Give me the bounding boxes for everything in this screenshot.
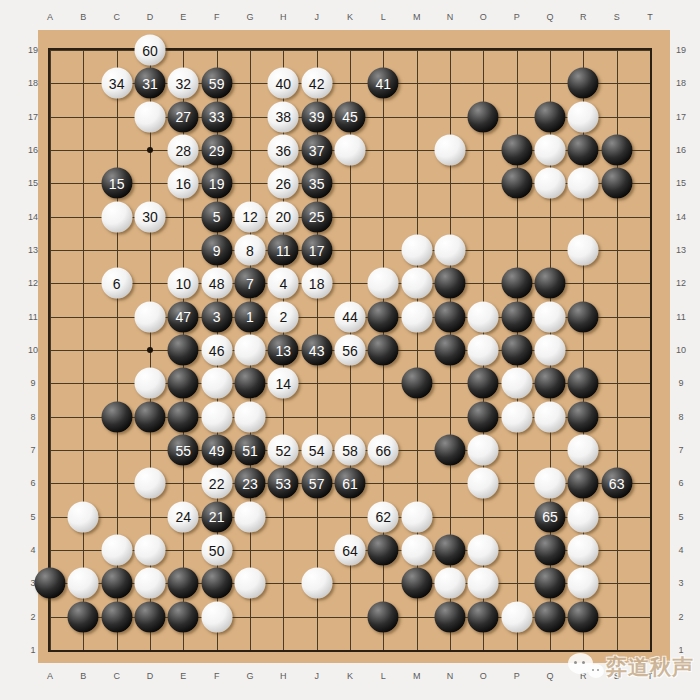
stone-J16-black: 37 — [301, 135, 332, 166]
bubble-eye — [574, 661, 577, 664]
stone-H10-black: 13 — [268, 335, 299, 366]
stone-K11-white: 44 — [335, 301, 366, 332]
stone-Q3-black — [535, 568, 566, 599]
wechat-icon — [566, 649, 606, 685]
stone-R15-white — [568, 168, 599, 199]
col-label-top-K: K — [347, 12, 353, 22]
stone-P9-white — [501, 368, 532, 399]
stone-M13-white — [401, 235, 432, 266]
stone-J13-black: 17 — [301, 235, 332, 266]
stone-H17-white: 38 — [268, 101, 299, 132]
col-label-top-T: T — [647, 12, 653, 22]
stone-D2-black — [135, 601, 166, 632]
stone-Q8-white — [535, 401, 566, 432]
stone-A3-black — [35, 568, 66, 599]
col-label-top-D: D — [147, 12, 154, 22]
stone-E2-black — [168, 601, 199, 632]
row-label-left-19: 19 — [28, 45, 38, 55]
stone-L4-black — [368, 535, 399, 566]
stone-O11-white — [468, 301, 499, 332]
stone-J17-black: 39 — [301, 101, 332, 132]
row-label-right-14: 14 — [676, 212, 686, 222]
watermark: 弈道秋声 — [566, 646, 696, 688]
stone-C4-white — [101, 535, 132, 566]
stone-D9-white — [135, 368, 166, 399]
row-label-right-3: 3 — [678, 578, 683, 588]
stone-R7-white — [568, 435, 599, 466]
col-label-bottom-F: F — [214, 671, 220, 681]
stone-L10-black — [368, 335, 399, 366]
stone-C14-white — [101, 201, 132, 232]
stone-O9-black — [468, 368, 499, 399]
stone-M4-white — [401, 535, 432, 566]
stone-D14-white: 30 — [135, 201, 166, 232]
stone-E10-black — [168, 335, 199, 366]
col-label-bottom-K: K — [347, 671, 353, 681]
row-label-left-16: 16 — [28, 145, 38, 155]
stone-P11-black — [501, 301, 532, 332]
stone-K6-black: 61 — [335, 468, 366, 499]
stone-Q9-black — [535, 368, 566, 399]
row-label-right-16: 16 — [676, 145, 686, 155]
col-label-top-O: O — [480, 12, 487, 22]
stone-P12-black — [501, 268, 532, 299]
stone-F12-white: 48 — [201, 268, 232, 299]
stone-H18-white: 40 — [268, 68, 299, 99]
bubble-eye — [597, 669, 599, 671]
stone-N7-black — [435, 435, 466, 466]
stone-N16-white — [435, 135, 466, 166]
row-label-right-5: 5 — [678, 512, 683, 522]
row-label-right-11: 11 — [676, 312, 685, 322]
stone-R16-black — [568, 135, 599, 166]
col-label-bottom-P: P — [514, 671, 520, 681]
stone-F16-black: 29 — [201, 135, 232, 166]
row-label-right-2: 2 — [678, 612, 683, 622]
stone-D19-white: 60 — [135, 35, 166, 66]
col-label-bottom-J: J — [314, 671, 319, 681]
stone-G3-white — [235, 568, 266, 599]
row-label-left-1: 1 — [30, 645, 35, 655]
stone-R18-black — [568, 68, 599, 99]
stone-G6-black: 23 — [235, 468, 266, 499]
row-label-right-15: 15 — [676, 178, 686, 188]
stone-F11-black: 3 — [201, 301, 232, 332]
stone-F14-black: 5 — [201, 201, 232, 232]
stone-K4-white: 64 — [335, 535, 366, 566]
bubble-eye — [592, 669, 594, 671]
stone-K16-white — [335, 135, 366, 166]
stone-N13-white — [435, 235, 466, 266]
stone-Q15-white — [535, 168, 566, 199]
stone-F17-black: 33 — [201, 101, 232, 132]
row-label-left-18: 18 — [28, 78, 38, 88]
stone-R11-black — [568, 301, 599, 332]
stone-D6-white — [135, 468, 166, 499]
stone-D3-white — [135, 568, 166, 599]
row-label-left-9: 9 — [30, 378, 35, 388]
row-label-left-7: 7 — [30, 445, 35, 455]
stone-P2-white — [501, 601, 532, 632]
stone-C8-black — [101, 401, 132, 432]
stone-G10-white — [235, 335, 266, 366]
stone-M9-black — [401, 368, 432, 399]
stone-B5-white — [68, 501, 99, 532]
row-label-left-4: 4 — [30, 545, 35, 555]
row-label-left-6: 6 — [30, 478, 35, 488]
stone-P15-black — [501, 168, 532, 199]
row-label-right-10: 10 — [676, 345, 686, 355]
stone-G12-black: 7 — [235, 268, 266, 299]
stone-N3-white — [435, 568, 466, 599]
stone-L2-black — [368, 601, 399, 632]
stone-E3-black — [168, 568, 199, 599]
stone-D17-white — [135, 101, 166, 132]
row-label-right-18: 18 — [676, 78, 686, 88]
stone-E9-black — [168, 368, 199, 399]
stone-F15-black: 19 — [201, 168, 232, 199]
row-label-right-6: 6 — [678, 478, 683, 488]
stone-F7-black: 49 — [201, 435, 232, 466]
row-label-left-15: 15 — [28, 178, 38, 188]
stone-E15-white: 16 — [168, 168, 199, 199]
stone-F2-white — [201, 601, 232, 632]
stone-L18-black: 41 — [368, 68, 399, 99]
stone-H16-white: 36 — [268, 135, 299, 166]
stone-R4-white — [568, 535, 599, 566]
stone-K10-white: 56 — [335, 335, 366, 366]
col-label-top-Q: Q — [546, 12, 553, 22]
stone-L11-black — [368, 301, 399, 332]
stone-E5-white: 24 — [168, 501, 199, 532]
row-label-right-17: 17 — [676, 112, 686, 122]
col-label-top-A: A — [47, 12, 53, 22]
col-label-top-L: L — [381, 12, 386, 22]
stone-G11-black: 1 — [235, 301, 266, 332]
stone-C12-white: 6 — [101, 268, 132, 299]
stone-Q12-black — [535, 268, 566, 299]
col-label-top-C: C — [113, 12, 120, 22]
stone-R9-black — [568, 368, 599, 399]
chat-bubble-small — [588, 664, 604, 678]
stone-O2-black — [468, 601, 499, 632]
bubble-eye — [582, 661, 585, 664]
row-label-left-10: 10 — [28, 345, 38, 355]
col-label-bottom-B: B — [80, 671, 86, 681]
watermark-text: 弈道秋声 — [606, 653, 694, 681]
col-label-bottom-G: G — [246, 671, 253, 681]
col-label-bottom-Q: Q — [546, 671, 553, 681]
stone-P10-black — [501, 335, 532, 366]
stone-J3-white — [301, 568, 332, 599]
col-label-bottom-D: D — [147, 671, 154, 681]
col-label-bottom-H: H — [280, 671, 287, 681]
row-label-left-14: 14 — [28, 212, 38, 222]
row-label-left-11: 11 — [28, 312, 37, 322]
stone-H15-white: 26 — [268, 168, 299, 199]
stone-J10-black: 43 — [301, 335, 332, 366]
stone-B2-black — [68, 601, 99, 632]
stone-E16-white: 28 — [168, 135, 199, 166]
row-label-left-12: 12 — [28, 278, 38, 288]
stone-E17-black: 27 — [168, 101, 199, 132]
stone-J18-white: 42 — [301, 68, 332, 99]
stone-G13-white: 8 — [235, 235, 266, 266]
stone-R3-white — [568, 568, 599, 599]
row-label-right-8: 8 — [678, 412, 683, 422]
stone-R5-white — [568, 501, 599, 532]
stone-G14-white: 12 — [235, 201, 266, 232]
row-label-right-19: 19 — [676, 45, 686, 55]
col-label-top-M: M — [413, 12, 421, 22]
row-label-right-7: 7 — [678, 445, 683, 455]
col-label-top-F: F — [214, 12, 220, 22]
stone-H14-white: 20 — [268, 201, 299, 232]
col-label-top-S: S — [614, 12, 620, 22]
stone-H11-white: 2 — [268, 301, 299, 332]
stone-N10-black — [435, 335, 466, 366]
row-label-left-2: 2 — [30, 612, 35, 622]
stone-C18-white: 34 — [101, 68, 132, 99]
star-point-D16 — [147, 147, 153, 153]
stone-F3-black — [201, 568, 232, 599]
stone-J14-black: 25 — [301, 201, 332, 232]
stone-F10-white: 46 — [201, 335, 232, 366]
stone-N12-black — [435, 268, 466, 299]
stone-M11-white — [401, 301, 432, 332]
stone-D18-black: 31 — [135, 68, 166, 99]
stone-O10-white — [468, 335, 499, 366]
stone-J15-black: 35 — [301, 168, 332, 199]
stone-R8-black — [568, 401, 599, 432]
stone-O4-white — [468, 535, 499, 566]
col-label-top-P: P — [514, 12, 520, 22]
stone-D8-black — [135, 401, 166, 432]
row-label-left-5: 5 — [30, 512, 35, 522]
stone-B3-white — [68, 568, 99, 599]
stone-O17-black — [468, 101, 499, 132]
stone-O8-black — [468, 401, 499, 432]
stone-C3-black — [101, 568, 132, 599]
stone-C2-black — [101, 601, 132, 632]
stone-O7-white — [468, 435, 499, 466]
col-label-bottom-L: L — [381, 671, 386, 681]
stone-F9-white — [201, 368, 232, 399]
col-label-top-B: B — [80, 12, 86, 22]
stone-M12-white — [401, 268, 432, 299]
col-label-top-J: J — [314, 12, 319, 22]
stone-M3-black — [401, 568, 432, 599]
col-label-bottom-O: O — [480, 671, 487, 681]
stone-C15-black: 15 — [101, 168, 132, 199]
stone-E8-black — [168, 401, 199, 432]
stone-Q11-white — [535, 301, 566, 332]
col-label-top-N: N — [447, 12, 454, 22]
stone-J7-white: 54 — [301, 435, 332, 466]
stone-R6-black — [568, 468, 599, 499]
stone-E18-white: 32 — [168, 68, 199, 99]
stone-D11-white — [135, 301, 166, 332]
stone-E11-black: 47 — [168, 301, 199, 332]
row-label-right-13: 13 — [676, 245, 686, 255]
stone-Q10-white — [535, 335, 566, 366]
stone-G9-black — [235, 368, 266, 399]
col-label-bottom-N: N — [447, 671, 454, 681]
stone-O6-white — [468, 468, 499, 499]
stone-K17-black: 45 — [335, 101, 366, 132]
stone-J12-white: 18 — [301, 268, 332, 299]
stone-F8-white — [201, 401, 232, 432]
stone-L5-white: 62 — [368, 501, 399, 532]
row-label-right-9: 9 — [678, 378, 683, 388]
stone-Q6-white — [535, 468, 566, 499]
stone-K7-white: 58 — [335, 435, 366, 466]
stone-J6-black: 57 — [301, 468, 332, 499]
stone-F6-white: 22 — [201, 468, 232, 499]
stone-H6-black: 53 — [268, 468, 299, 499]
row-label-right-4: 4 — [678, 545, 683, 555]
stone-N4-black — [435, 535, 466, 566]
row-label-right-12: 12 — [676, 278, 686, 288]
col-label-bottom-E: E — [180, 671, 186, 681]
stone-P16-black — [501, 135, 532, 166]
stone-Q5-black: 65 — [535, 501, 566, 532]
col-label-top-E: E — [180, 12, 186, 22]
stone-O3-white — [468, 568, 499, 599]
row-label-left-8: 8 — [30, 412, 35, 422]
col-label-bottom-C: C — [113, 671, 120, 681]
stone-Q2-black — [535, 601, 566, 632]
stone-S6-black: 63 — [601, 468, 632, 499]
stone-H7-white: 52 — [268, 435, 299, 466]
stone-S16-black — [601, 135, 632, 166]
stone-R13-white — [568, 235, 599, 266]
stone-F5-black: 21 — [201, 501, 232, 532]
row-label-left-13: 13 — [28, 245, 38, 255]
stone-L7-white: 66 — [368, 435, 399, 466]
stone-H12-white: 4 — [268, 268, 299, 299]
stone-H13-black: 11 — [268, 235, 299, 266]
stone-G7-black: 51 — [235, 435, 266, 466]
stone-D4-white — [135, 535, 166, 566]
stone-F4-white: 50 — [201, 535, 232, 566]
col-label-top-H: H — [280, 12, 287, 22]
stone-R17-white — [568, 101, 599, 132]
stone-N2-black — [435, 601, 466, 632]
stone-F18-black: 59 — [201, 68, 232, 99]
stone-L12-white — [368, 268, 399, 299]
stone-F13-black: 9 — [201, 235, 232, 266]
stone-E12-white: 10 — [168, 268, 199, 299]
stone-Q16-white — [535, 135, 566, 166]
stone-P8-white — [501, 401, 532, 432]
row-label-left-17: 17 — [28, 112, 38, 122]
stone-G5-white — [235, 501, 266, 532]
stone-Q17-black — [535, 101, 566, 132]
stone-H9-white: 14 — [268, 368, 299, 399]
col-label-top-G: G — [246, 12, 253, 22]
stone-E7-black: 55 — [168, 435, 199, 466]
stone-S15-black — [601, 168, 632, 199]
stone-N11-black — [435, 301, 466, 332]
stone-G8-white — [235, 401, 266, 432]
col-label-top-R: R — [580, 12, 587, 22]
col-label-bottom-A: A — [47, 671, 53, 681]
stone-R2-black — [568, 601, 599, 632]
stone-Q4-black — [535, 535, 566, 566]
stone-M5-white — [401, 501, 432, 532]
col-label-bottom-M: M — [413, 671, 421, 681]
star-point-D10 — [147, 347, 153, 353]
